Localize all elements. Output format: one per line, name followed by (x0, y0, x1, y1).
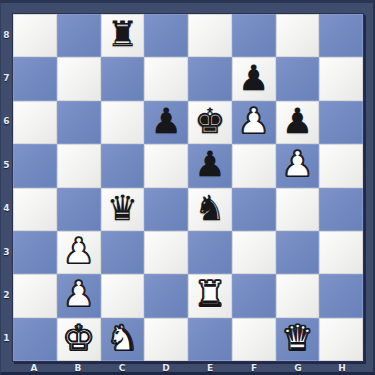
square-f5[interactable] (232, 144, 276, 187)
square-h2[interactable] (319, 274, 363, 317)
square-e7[interactable] (188, 57, 232, 100)
square-h7[interactable] (319, 57, 363, 100)
square-g5[interactable]: ♟ (276, 144, 320, 187)
chess-diagram-frame: 87654321 ♜♟♟♚♟♟♟♟♛♞♟♟♜♚♞♛ ABCDEFGH (0, 0, 375, 375)
square-e2[interactable]: ♜ (188, 274, 232, 317)
square-f3[interactable] (232, 231, 276, 274)
piece-black-pawn-e5[interactable]: ♟ (194, 147, 225, 182)
piece-black-pawn-f7[interactable]: ♟ (238, 61, 269, 96)
piece-white-king-b1[interactable]: ♚ (63, 321, 94, 356)
file-label-f: F (232, 362, 276, 374)
piece-white-pawn-g5[interactable]: ♟ (282, 147, 313, 182)
rank-label-6: 6 (1, 100, 12, 143)
square-a1[interactable] (13, 318, 57, 361)
rank-label-5: 5 (1, 143, 12, 186)
piece-white-knight-c1[interactable]: ♞ (107, 321, 138, 356)
square-h1[interactable] (319, 318, 363, 361)
square-e5[interactable]: ♟ (188, 144, 232, 187)
square-a3[interactable] (13, 231, 57, 274)
square-h6[interactable] (319, 101, 363, 144)
file-label-b: B (56, 362, 100, 374)
square-c5[interactable] (101, 144, 145, 187)
file-label-e: E (188, 362, 232, 374)
square-b5[interactable] (57, 144, 101, 187)
square-a2[interactable] (13, 274, 57, 317)
square-c4[interactable]: ♛ (101, 188, 145, 231)
square-f8[interactable] (232, 14, 276, 57)
piece-white-pawn-f6[interactable]: ♟ (238, 104, 269, 139)
square-c7[interactable] (101, 57, 145, 100)
square-c2[interactable] (101, 274, 145, 317)
rank-label-7: 7 (1, 56, 12, 99)
square-d5[interactable] (144, 144, 188, 187)
square-e4[interactable]: ♞ (188, 188, 232, 231)
square-f1[interactable] (232, 318, 276, 361)
file-label-d: D (144, 362, 188, 374)
square-a8[interactable] (13, 14, 57, 57)
rank-label-1: 1 (1, 317, 12, 360)
square-b3[interactable]: ♟ (57, 231, 101, 274)
piece-white-queen-g1[interactable]: ♛ (282, 321, 313, 356)
square-a7[interactable] (13, 57, 57, 100)
chess-board: ♜♟♟♚♟♟♟♟♛♞♟♟♜♚♞♛ (12, 13, 364, 362)
square-a6[interactable] (13, 101, 57, 144)
square-g4[interactable] (276, 188, 320, 231)
rank-label-8: 8 (1, 13, 12, 56)
file-label-c: C (100, 362, 144, 374)
piece-black-king-e6[interactable]: ♚ (194, 104, 225, 139)
piece-white-pawn-b3[interactable]: ♟ (63, 234, 94, 269)
square-g8[interactable] (276, 14, 320, 57)
square-b4[interactable] (57, 188, 101, 231)
rank-label-4: 4 (1, 187, 12, 230)
square-c1[interactable]: ♞ (101, 318, 145, 361)
square-h4[interactable] (319, 188, 363, 231)
square-d3[interactable] (144, 231, 188, 274)
square-b6[interactable] (57, 101, 101, 144)
file-labels: ABCDEFGH (12, 362, 364, 374)
square-c3[interactable] (101, 231, 145, 274)
rank-labels: 87654321 (1, 13, 12, 360)
piece-black-knight-e4[interactable]: ♞ (194, 191, 225, 226)
square-c8[interactable]: ♜ (101, 14, 145, 57)
square-g3[interactable] (276, 231, 320, 274)
square-e6[interactable]: ♚ (188, 101, 232, 144)
square-b2[interactable]: ♟ (57, 274, 101, 317)
square-c6[interactable] (101, 101, 145, 144)
rank-label-3: 3 (1, 230, 12, 273)
piece-black-queen-c4[interactable]: ♛ (107, 191, 138, 226)
square-f4[interactable] (232, 188, 276, 231)
square-h8[interactable] (319, 14, 363, 57)
rank-label-2: 2 (1, 273, 12, 316)
square-f6[interactable]: ♟ (232, 101, 276, 144)
square-b8[interactable] (57, 14, 101, 57)
file-label-a: A (12, 362, 56, 374)
square-a5[interactable] (13, 144, 57, 187)
square-g1[interactable]: ♛ (276, 318, 320, 361)
square-d6[interactable]: ♟ (144, 101, 188, 144)
square-d2[interactable] (144, 274, 188, 317)
square-b1[interactable]: ♚ (57, 318, 101, 361)
file-label-h: H (320, 362, 364, 374)
piece-black-rook-c8[interactable]: ♜ (107, 17, 138, 52)
square-e3[interactable] (188, 231, 232, 274)
square-g2[interactable] (276, 274, 320, 317)
square-e1[interactable] (188, 318, 232, 361)
piece-black-pawn-g6[interactable]: ♟ (282, 104, 313, 139)
square-f2[interactable] (232, 274, 276, 317)
piece-white-pawn-b2[interactable]: ♟ (63, 277, 94, 312)
square-h3[interactable] (319, 231, 363, 274)
square-d1[interactable] (144, 318, 188, 361)
square-f7[interactable]: ♟ (232, 57, 276, 100)
square-d8[interactable] (144, 14, 188, 57)
file-label-g: G (276, 362, 320, 374)
square-b7[interactable] (57, 57, 101, 100)
square-d7[interactable] (144, 57, 188, 100)
square-e8[interactable] (188, 14, 232, 57)
square-h5[interactable] (319, 144, 363, 187)
square-g6[interactable]: ♟ (276, 101, 320, 144)
square-g7[interactable] (276, 57, 320, 100)
piece-white-rook-e2[interactable]: ♜ (194, 277, 225, 312)
piece-black-pawn-d6[interactable]: ♟ (150, 104, 181, 139)
square-a4[interactable] (13, 188, 57, 231)
square-d4[interactable] (144, 188, 188, 231)
